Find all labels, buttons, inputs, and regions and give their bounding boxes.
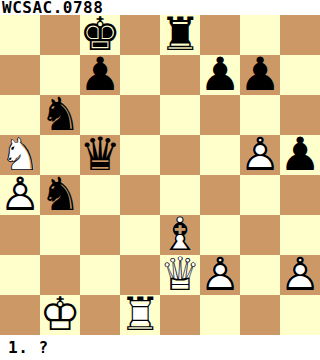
white-pawn-glyph: ♙ xyxy=(0,173,40,215)
square-h5[interactable]: ♟ xyxy=(280,135,320,175)
square-a8[interactable] xyxy=(0,15,40,55)
square-c3[interactable] xyxy=(80,215,120,255)
white-pawn-icon: ♟♙ xyxy=(280,255,320,295)
chess-board: ♚♜♟♟♟♞♞♘♛♟♙♟♟♙♞♝♗♛♕♟♙♟♙♚♔♜♖ xyxy=(0,15,320,335)
square-d5[interactable] xyxy=(120,135,160,175)
black-pawn-glyph: ♟ xyxy=(80,53,120,95)
white-pawn-glyph: ♙ xyxy=(280,253,320,295)
black-pawn-icon: ♟ xyxy=(200,55,240,95)
square-e6[interactable] xyxy=(160,95,200,135)
black-pawn-icon: ♟ xyxy=(280,135,320,175)
square-g7[interactable]: ♟ xyxy=(240,55,280,95)
white-pawn-icon: ♟♙ xyxy=(200,255,240,295)
black-pawn-icon: ♟ xyxy=(80,55,120,95)
square-h4[interactable] xyxy=(280,175,320,215)
square-e8[interactable]: ♜ xyxy=(160,15,200,55)
black-knight-icon: ♞ xyxy=(40,175,80,215)
black-rook-glyph: ♜ xyxy=(160,13,200,55)
square-f2[interactable]: ♟♙ xyxy=(200,255,240,295)
black-queen-icon: ♛ xyxy=(80,135,120,175)
square-f5[interactable] xyxy=(200,135,240,175)
square-h1[interactable] xyxy=(280,295,320,335)
square-e7[interactable] xyxy=(160,55,200,95)
square-c5[interactable]: ♛ xyxy=(80,135,120,175)
square-b8[interactable] xyxy=(40,15,80,55)
square-a4[interactable]: ♟♙ xyxy=(0,175,40,215)
black-queen-glyph: ♛ xyxy=(80,133,120,175)
square-h8[interactable] xyxy=(280,15,320,55)
white-pawn-icon: ♟♙ xyxy=(0,175,40,215)
black-knight-glyph: ♞ xyxy=(40,93,80,135)
square-e2[interactable]: ♛♕ xyxy=(160,255,200,295)
square-c7[interactable]: ♟ xyxy=(80,55,120,95)
black-pawn-glyph: ♟ xyxy=(280,133,320,175)
square-g1[interactable] xyxy=(240,295,280,335)
square-a3[interactable] xyxy=(0,215,40,255)
square-g4[interactable] xyxy=(240,175,280,215)
square-g3[interactable] xyxy=(240,215,280,255)
black-pawn-glyph: ♟ xyxy=(200,53,240,95)
square-c2[interactable] xyxy=(80,255,120,295)
square-f6[interactable] xyxy=(200,95,240,135)
square-a7[interactable] xyxy=(0,55,40,95)
white-pawn-glyph: ♙ xyxy=(240,133,280,175)
square-d8[interactable] xyxy=(120,15,160,55)
black-pawn-icon: ♟ xyxy=(240,55,280,95)
white-queen-glyph: ♕ xyxy=(160,253,200,295)
square-f1[interactable] xyxy=(200,295,240,335)
square-d3[interactable] xyxy=(120,215,160,255)
square-d7[interactable] xyxy=(120,55,160,95)
square-f4[interactable] xyxy=(200,175,240,215)
square-e1[interactable] xyxy=(160,295,200,335)
square-d6[interactable] xyxy=(120,95,160,135)
white-king-glyph: ♔ xyxy=(40,293,80,335)
square-b3[interactable] xyxy=(40,215,80,255)
white-queen-icon: ♛♕ xyxy=(160,255,200,295)
black-knight-icon: ♞ xyxy=(40,95,80,135)
white-pawn-icon: ♟♙ xyxy=(240,135,280,175)
white-king-icon: ♚♔ xyxy=(40,295,80,335)
square-e5[interactable] xyxy=(160,135,200,175)
square-f7[interactable]: ♟ xyxy=(200,55,240,95)
square-b4[interactable]: ♞ xyxy=(40,175,80,215)
square-a1[interactable] xyxy=(0,295,40,335)
square-b1[interactable]: ♚♔ xyxy=(40,295,80,335)
square-d1[interactable]: ♜♖ xyxy=(120,295,160,335)
square-g2[interactable] xyxy=(240,255,280,295)
chess-program-window: WCSAC.0788 ♚♜♟♟♟♞♞♘♛♟♙♟♟♙♞♝♗♛♕♟♙♟♙♚♔♜♖ 1… xyxy=(0,0,320,360)
square-g5[interactable]: ♟♙ xyxy=(240,135,280,175)
white-rook-icon: ♜♖ xyxy=(120,295,160,335)
black-pawn-glyph: ♟ xyxy=(240,53,280,95)
square-b6[interactable]: ♞ xyxy=(40,95,80,135)
square-c1[interactable] xyxy=(80,295,120,335)
white-pawn-glyph: ♙ xyxy=(200,253,240,295)
square-h7[interactable] xyxy=(280,55,320,95)
square-a2[interactable] xyxy=(0,255,40,295)
black-knight-glyph: ♞ xyxy=(40,173,80,215)
white-rook-glyph: ♖ xyxy=(120,293,160,335)
black-rook-icon: ♜ xyxy=(160,15,200,55)
square-d4[interactable] xyxy=(120,175,160,215)
square-c4[interactable] xyxy=(80,175,120,215)
square-h2[interactable]: ♟♙ xyxy=(280,255,320,295)
